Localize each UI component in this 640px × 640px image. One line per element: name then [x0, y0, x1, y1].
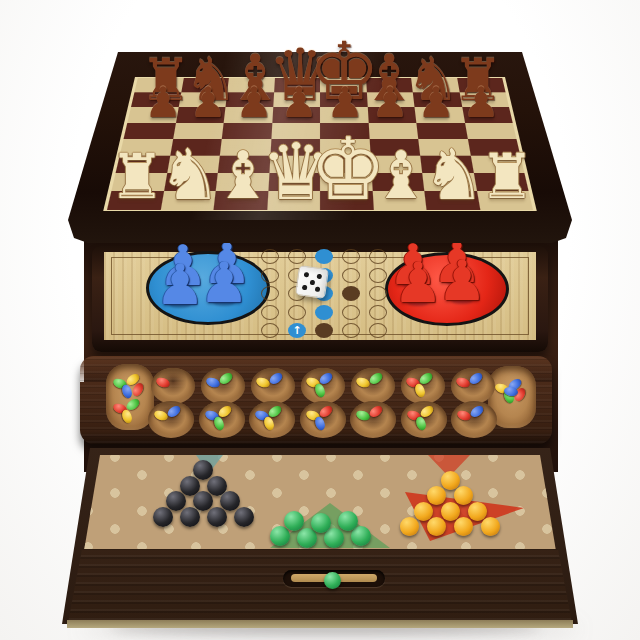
ludo-track-circle-B	[315, 249, 333, 264]
chess-piece-dark-p-e7[interactable]: ♟	[324, 82, 366, 124]
mancala-pit-top-7[interactable]	[451, 368, 495, 404]
chess-piece-dark-p-d7[interactable]: ♟	[278, 82, 320, 124]
ludo-track-circle-o	[261, 323, 279, 338]
chess-piece-dark-p-h7[interactable]: ♟	[460, 82, 502, 124]
marble-green[interactable]	[311, 513, 331, 533]
die-pip	[315, 287, 321, 293]
ludo-track-circle-B	[315, 305, 333, 320]
chess-piece-light-r-h1[interactable]: ♜	[476, 146, 538, 208]
chess-piece-dark-p-a7[interactable]: ♟	[142, 82, 184, 124]
die-pip	[309, 279, 315, 285]
chess-piece-dark-p-f7[interactable]: ♟	[369, 82, 411, 124]
ludo-track-circle-o	[288, 249, 306, 264]
chess-piece-dark-p-c7[interactable]: ♟	[233, 82, 275, 124]
die-pip	[304, 272, 310, 278]
marble-black[interactable]	[234, 507, 254, 527]
marble-yellow[interactable]	[400, 517, 419, 536]
mancala-pit-top-2[interactable]	[201, 368, 245, 404]
die-pip	[302, 285, 308, 291]
ludo-track-circle-o	[261, 286, 279, 301]
mancala-pit-top-3[interactable]	[251, 368, 295, 404]
marble-yellow[interactable]	[454, 486, 473, 505]
product-photo-scene: ♜♞♝♛♚♝♞♜♟♟♟♟♟♟♟♟♜♞♝♛♚♝♞♜↑♟♟♟♟♟♟♟♟	[0, 0, 640, 640]
chess-piece-dark-p-g7[interactable]: ♟	[415, 82, 457, 124]
ludo-track-circle-o	[342, 323, 360, 338]
ludo-track-circle-o	[261, 268, 279, 283]
dice[interactable]	[295, 265, 329, 299]
ludo-track-circle-o	[288, 305, 306, 320]
ludo-pawn-blue[interactable]: ♟	[196, 255, 252, 311]
ludo-track-circle-o	[342, 249, 360, 264]
marble-yellow[interactable]	[427, 517, 446, 536]
drawer-bottom-edge	[67, 620, 573, 628]
marble-black[interactable]	[180, 507, 200, 527]
ludo-pawn-red[interactable]: ♟	[434, 253, 490, 309]
marble-black[interactable]	[207, 507, 227, 527]
marble-yellow[interactable]	[481, 517, 500, 536]
mancala-pit-top-5[interactable]	[351, 368, 395, 404]
marble-green[interactable]	[284, 511, 304, 531]
chess-piece-dark-p-b7[interactable]: ♟	[187, 82, 229, 124]
ludo-track-circle-b	[315, 323, 333, 338]
ludo-track-circle-o	[369, 323, 387, 338]
marble-green[interactable]	[338, 511, 358, 531]
ludo-track-circle-o	[342, 305, 360, 320]
ludo-track-circle-o	[261, 305, 279, 320]
marble-yellow[interactable]	[427, 486, 446, 505]
ludo-track-circle-A: ↑	[288, 323, 306, 338]
marble-green-handle[interactable]	[324, 572, 341, 589]
marble-yellow[interactable]	[454, 517, 473, 536]
ludo-track-circle-o	[342, 268, 360, 283]
ludo-track-circle-b	[342, 286, 360, 301]
ludo-track-circle-o	[261, 249, 279, 264]
mancala-pit-top-1[interactable]	[151, 368, 195, 404]
ludo-track-circle-o	[369, 305, 387, 320]
marble-black[interactable]	[153, 507, 173, 527]
die-pip	[317, 274, 323, 280]
